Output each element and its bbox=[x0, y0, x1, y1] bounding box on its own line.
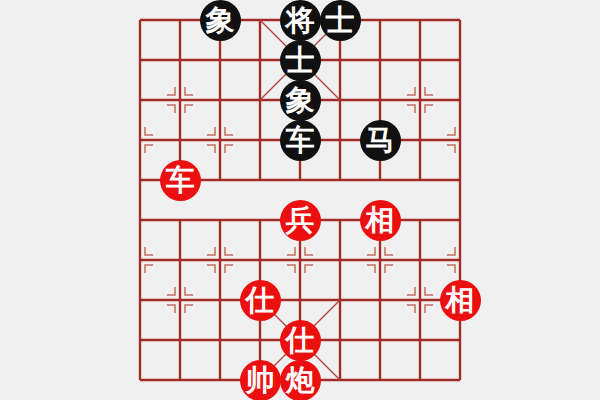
piece-black-advisor-1[interactable]: 士 bbox=[320, 0, 361, 41]
piece-black-elephant-2[interactable]: 象 bbox=[280, 80, 321, 121]
piece-red-general[interactable]: 帅 bbox=[240, 360, 281, 400]
piece-red-advisor-2[interactable]: 仕 bbox=[280, 320, 321, 361]
piece-black-elephant-1[interactable]: 象 bbox=[200, 0, 241, 41]
piece-red-soldier[interactable]: 兵 bbox=[280, 200, 321, 241]
xiangqi-board: 象将士士象车马车兵相仕相仕帅炮 bbox=[0, 0, 600, 400]
piece-black-general[interactable]: 将 bbox=[280, 0, 321, 41]
piece-red-advisor-1[interactable]: 仕 bbox=[240, 280, 281, 321]
piece-red-elephant-2[interactable]: 相 bbox=[440, 280, 481, 321]
piece-red-chariot[interactable]: 车 bbox=[160, 160, 201, 201]
piece-red-elephant-1[interactable]: 相 bbox=[360, 200, 401, 241]
piece-black-chariot[interactable]: 车 bbox=[280, 120, 321, 161]
piece-red-cannon[interactable]: 炮 bbox=[280, 360, 321, 400]
piece-black-advisor-2[interactable]: 士 bbox=[280, 40, 321, 81]
piece-black-horse[interactable]: 马 bbox=[360, 120, 401, 161]
